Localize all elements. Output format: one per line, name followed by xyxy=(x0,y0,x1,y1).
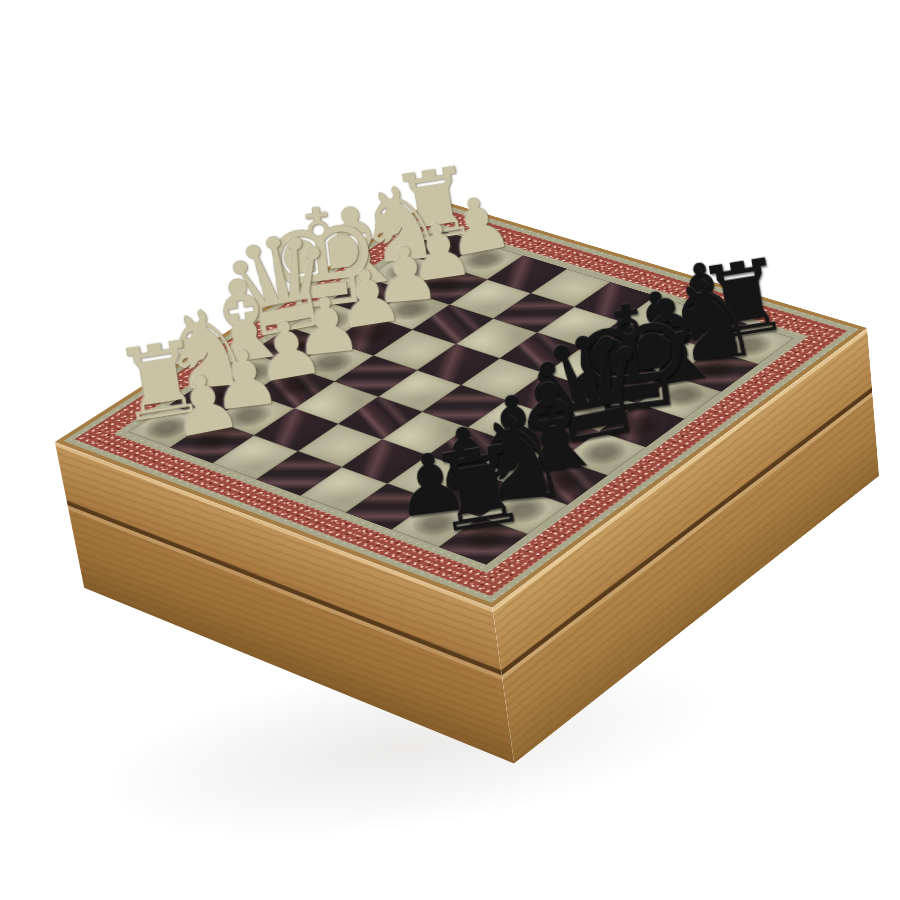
piece-glyph: ♟ xyxy=(163,364,246,449)
product-photo-canvas: Hand-carved soapstone chess set on a woo… xyxy=(0,0,900,900)
piece-glyph: ♜ xyxy=(423,434,533,546)
